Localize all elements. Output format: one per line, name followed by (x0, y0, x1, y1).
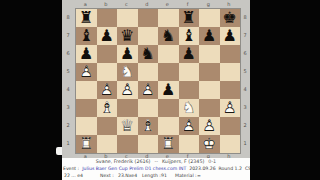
length-label: Length : (142, 173, 161, 179)
file-label-b: b (96, 0, 117, 8)
square-d8 (138, 9, 159, 27)
piece-black-rook: ♜ (76, 9, 97, 27)
square-h8: ♚ (220, 9, 241, 27)
square-h4 (220, 81, 241, 99)
piece-white-knight: ♘ (117, 63, 138, 81)
square-e1: ♜♖ (158, 135, 179, 153)
square-d2: ♝♗ (138, 117, 159, 135)
square-b3: ♝♗ (97, 99, 118, 117)
square-b7: ♟ (97, 27, 118, 45)
square-h6 (220, 45, 241, 63)
square-e5 (158, 63, 179, 81)
square-a8: ♜ (76, 9, 97, 27)
square-d5 (138, 63, 159, 81)
square-g4 (199, 81, 220, 99)
square-f2: ♟♙ (179, 117, 200, 135)
event-label: Event : (63, 166, 79, 172)
square-e2 (158, 117, 179, 135)
rank-label-4: 4 (62, 80, 74, 98)
rank-label-2: 2 (62, 116, 74, 134)
rank-label-6: 6 (240, 44, 250, 62)
rank-label-8: 8 (240, 8, 250, 26)
file-label-e: e (157, 0, 178, 8)
square-d4: ♟♙ (138, 81, 159, 99)
square-a5: ♟♙ (76, 63, 97, 81)
piece-black-pawn: ♟ (179, 45, 200, 63)
players-line: Svane, Frederik (2616) -- Kuijpers, F (2… (62, 159, 250, 165)
square-f6: ♟ (179, 45, 200, 63)
next-move: 23.Nxe4 (118, 173, 137, 179)
piece-black-pawn: ♟ (76, 45, 97, 63)
square-g1: ♚♔ (199, 135, 220, 153)
square-d7 (138, 27, 159, 45)
square-a1: ♜♖ (76, 135, 97, 153)
piece-white-rook: ♖ (158, 135, 179, 153)
square-a7: ♝ (76, 27, 97, 45)
piece-black-rook: ♜ (179, 9, 200, 27)
square-f3: ♞♘ (179, 99, 200, 117)
event-date: 2023.09.26 (189, 166, 215, 172)
piece-white-pawn: ♙ (199, 117, 220, 135)
square-c3 (117, 99, 138, 117)
rank-label-3: 3 (240, 98, 250, 116)
square-f5 (179, 63, 200, 81)
square-g6 (199, 45, 220, 63)
square-h1 (220, 135, 241, 153)
rank-labels-right: 87654321 (240, 8, 250, 152)
piece-black-pawn: ♟ (220, 27, 241, 45)
rank-label-6: 6 (62, 44, 74, 62)
square-g7: ♟ (199, 27, 220, 45)
current-move: 22 ... e4 (64, 173, 83, 179)
square-h2 (220, 117, 241, 135)
piece-white-pawn: ♙ (76, 63, 97, 81)
video-frame: abcdefgh 87654321 ♜♜♚♝♟♛♞♝♟♟♟♟♞♟♟♙♞♘♟♙♟♙… (0, 0, 320, 180)
square-c6: ♟ (117, 45, 138, 63)
rank-label-8: 8 (62, 8, 74, 26)
square-a4 (76, 81, 97, 99)
event-name: Julius Baer Gen Cup Prelim D1 chess.com … (82, 166, 186, 172)
piece-white-bishop: ♗ (138, 117, 159, 135)
rank-label-7: 7 (240, 26, 250, 44)
square-g2: ♟♙ (199, 117, 220, 135)
square-c8 (117, 9, 138, 27)
piece-white-bishop: ♗ (97, 99, 118, 117)
piece-black-pawn: ♟ (158, 81, 179, 99)
square-g5 (199, 63, 220, 81)
game-result: 0-1 (208, 159, 216, 165)
piece-black-queen: ♛ (117, 27, 138, 45)
square-e7: ♞ (158, 27, 179, 45)
square-h7: ♟ (220, 27, 241, 45)
black-player-name: Kuijpers, F (2345) (162, 159, 204, 165)
game-info-caption: Svane, Frederik (2616) -- Kuijpers, F (2… (62, 158, 250, 180)
file-label-c: c (116, 0, 137, 8)
square-e4: ♟ (158, 81, 179, 99)
square-f4 (179, 81, 200, 99)
square-b4: ♟♙ (97, 81, 118, 99)
square-c1 (117, 135, 138, 153)
piece-white-king: ♔ (199, 135, 220, 153)
piece-white-pawn: ♙ (117, 81, 138, 99)
piece-black-pawn: ♟ (117, 45, 138, 63)
piece-white-pawn: ♙ (179, 117, 200, 135)
square-a6: ♟ (76, 45, 97, 63)
square-h3: ♟♙ (220, 99, 241, 117)
file-label-f: f (178, 0, 199, 8)
square-c4: ♟♙ (117, 81, 138, 99)
square-f7: ♝ (179, 27, 200, 45)
piece-white-pawn: ♙ (220, 99, 241, 117)
length-value: 91 (161, 173, 167, 179)
piece-white-knight: ♘ (179, 99, 200, 117)
next-label: Next : (100, 173, 114, 179)
square-b2 (97, 117, 118, 135)
rank-label-1: 1 (62, 134, 74, 152)
square-g3 (199, 99, 220, 117)
square-g8 (199, 9, 220, 27)
square-c7: ♛ (117, 27, 138, 45)
event-round: Round 1.2 (219, 166, 242, 172)
piece-black-knight: ♞ (138, 45, 159, 63)
diagram-panel: abcdefgh 87654321 ♜♜♚♝♟♛♞♝♟♟♟♟♞♟♟♙♞♘♟♙♟♙… (62, 0, 250, 180)
rank-label-4: 4 (240, 80, 250, 98)
piece-black-pawn: ♟ (97, 27, 118, 45)
piece-black-knight: ♞ (158, 27, 179, 45)
material-label: Material : (175, 173, 197, 179)
event-line: Event : Julius Baer Gen Cup Prelim D1 ch… (62, 166, 250, 172)
square-d6: ♞ (138, 45, 159, 63)
piece-black-bishop: ♝ (179, 27, 200, 45)
square-f1 (179, 135, 200, 153)
file-label-d: d (137, 0, 158, 8)
piece-black-king: ♚ (220, 9, 241, 27)
rank-label-5: 5 (62, 62, 74, 80)
square-f8: ♜ (179, 9, 200, 27)
piece-white-queen: ♕ (117, 117, 138, 135)
white-player-name: Svane, Frederik (2616) (96, 159, 151, 165)
square-e8 (158, 9, 179, 27)
eco-code: C55 (245, 166, 250, 172)
square-c5: ♞♘ (117, 63, 138, 81)
piece-black-pawn: ♟ (199, 27, 220, 45)
square-a3 (76, 99, 97, 117)
square-b8 (97, 9, 118, 27)
file-label-h: h (219, 0, 240, 8)
piece-white-pawn: ♙ (138, 81, 159, 99)
square-h5 (220, 63, 241, 81)
file-label-a: a (75, 0, 96, 8)
piece-white-rook: ♖ (76, 135, 97, 153)
rank-labels-left: 87654321 (62, 8, 74, 152)
piece-white-pawn: ♙ (97, 81, 118, 99)
square-e3 (158, 99, 179, 117)
square-d3 (138, 99, 159, 117)
rank-label-5: 5 (240, 62, 250, 80)
players-separator: -- (154, 159, 157, 165)
square-a2 (76, 117, 97, 135)
rank-label-3: 3 (62, 98, 74, 116)
piece-black-bishop: ♝ (76, 27, 97, 45)
square-d1 (138, 135, 159, 153)
square-b6 (97, 45, 118, 63)
status-line: 22 ... e4 Next : 23.Nxe4 Length : 91 Mat… (62, 173, 250, 179)
file-labels-top: abcdefgh (75, 0, 239, 8)
chess-board: ♜♜♚♝♟♛♞♝♟♟♟♟♞♟♟♙♞♘♟♙♟♙♟♙♟♝♗♞♘♟♙♛♕♝♗♟♙♟♙♜… (75, 8, 241, 154)
square-b5 (97, 63, 118, 81)
square-c2: ♛♕ (117, 117, 138, 135)
square-e6 (158, 45, 179, 63)
material-value: = (197, 173, 201, 179)
rank-label-1: 1 (240, 134, 250, 152)
square-b1 (97, 135, 118, 153)
rank-label-7: 7 (62, 26, 74, 44)
rank-label-2: 2 (240, 116, 250, 134)
file-label-g: g (198, 0, 219, 8)
